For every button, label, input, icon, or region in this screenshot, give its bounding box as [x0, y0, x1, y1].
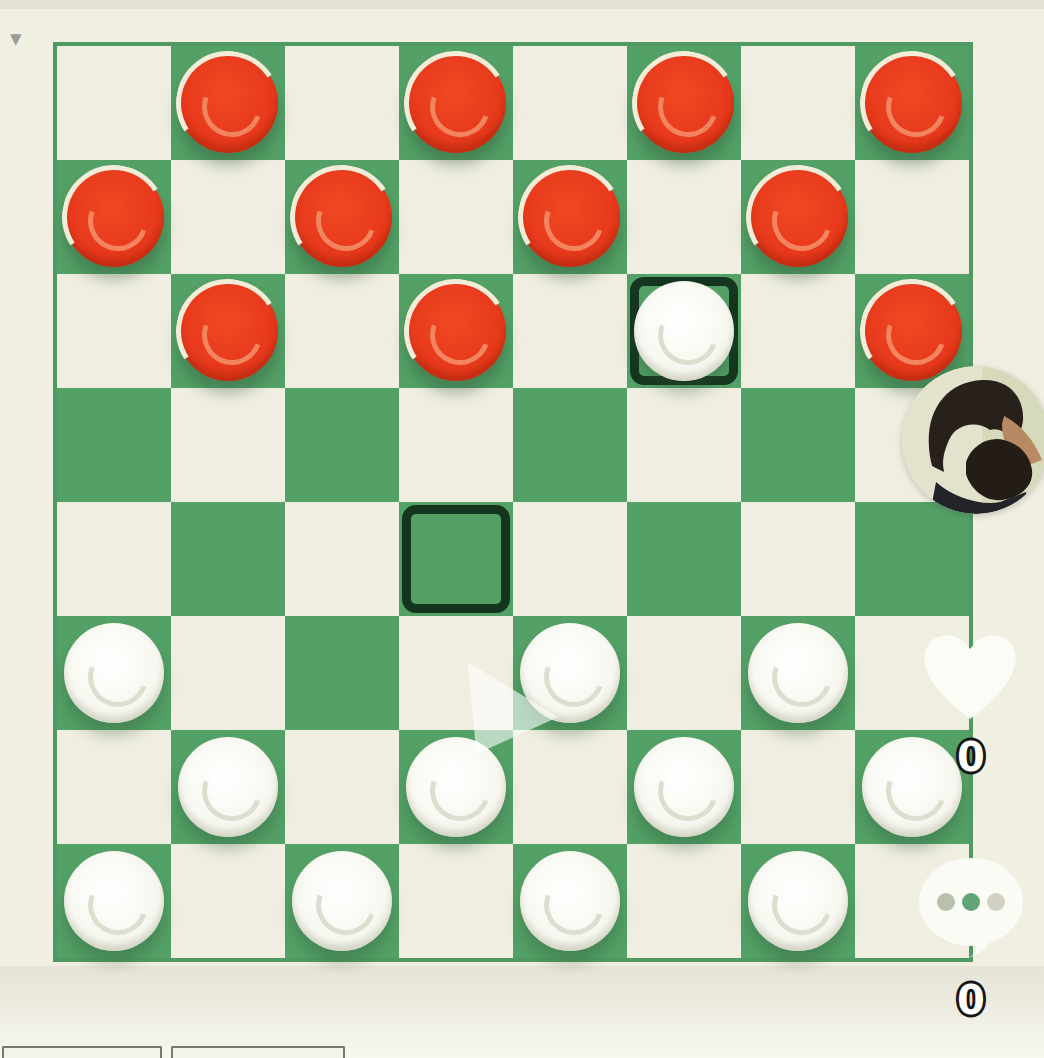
square-r7c3 [285, 730, 399, 844]
square-r2c7[interactable] [741, 160, 855, 274]
square-r3c1 [57, 274, 171, 388]
square-r8c6 [627, 844, 741, 958]
square-r2c6 [627, 160, 741, 274]
white-piece[interactable] [520, 851, 620, 951]
square-r2c3[interactable] [285, 160, 399, 274]
square-r1c5 [513, 46, 627, 160]
red-piece[interactable] [406, 53, 506, 153]
square-r1c7 [741, 46, 855, 160]
red-piece[interactable] [862, 281, 962, 381]
square-r8c4 [399, 844, 513, 958]
square-r4c5[interactable] [513, 388, 627, 502]
square-r3c2[interactable] [171, 274, 285, 388]
footer-button-2[interactable] [171, 1046, 345, 1058]
square-r7c2[interactable] [171, 730, 285, 844]
red-piece[interactable] [64, 167, 164, 267]
square-r4c3[interactable] [285, 388, 399, 502]
square-r3c6[interactable] [627, 274, 741, 388]
white-piece[interactable] [634, 737, 734, 837]
red-piece[interactable] [520, 167, 620, 267]
red-piece[interactable] [406, 281, 506, 381]
square-r4c4 [399, 388, 513, 502]
red-piece[interactable] [748, 167, 848, 267]
like-count: 0 [939, 737, 1003, 777]
square-r5c6[interactable] [627, 502, 741, 616]
red-piece[interactable] [292, 167, 392, 267]
square-r7c7 [741, 730, 855, 844]
square-r5c8[interactable] [855, 502, 969, 616]
square-r8c7[interactable] [741, 844, 855, 958]
white-piece[interactable] [292, 851, 392, 951]
square-r6c2 [171, 616, 285, 730]
red-piece[interactable] [178, 53, 278, 153]
red-piece[interactable] [178, 281, 278, 381]
square-r1c1 [57, 46, 171, 160]
square-r4c6 [627, 388, 741, 502]
square-r3c5 [513, 274, 627, 388]
white-piece[interactable] [406, 737, 506, 837]
square-r2c1[interactable] [57, 160, 171, 274]
square-r6c6 [627, 616, 741, 730]
square-r4c7[interactable] [741, 388, 855, 502]
square-r4c2 [171, 388, 285, 502]
white-piece[interactable] [634, 281, 734, 381]
white-piece[interactable] [178, 737, 278, 837]
square-r5c3 [285, 502, 399, 616]
like-button[interactable] [913, 621, 1027, 723]
square-r5c2[interactable] [171, 502, 285, 616]
white-piece[interactable] [64, 851, 164, 951]
square-r7c6[interactable] [627, 730, 741, 844]
square-r1c4[interactable] [399, 46, 513, 160]
square-r2c5[interactable] [513, 160, 627, 274]
square-r2c2 [171, 160, 285, 274]
bottom-background [0, 966, 1044, 1058]
square-r6c3[interactable] [285, 616, 399, 730]
square-r3c7 [741, 274, 855, 388]
square-r8c3[interactable] [285, 844, 399, 958]
square-r8c1[interactable] [57, 844, 171, 958]
opponent-avatar[interactable] [902, 366, 1044, 514]
square-r1c8[interactable] [855, 46, 969, 160]
square-r5c5 [513, 502, 627, 616]
white-piece[interactable] [64, 623, 164, 723]
square-r7c5 [513, 730, 627, 844]
square-r6c7[interactable] [741, 616, 855, 730]
top-strip [0, 0, 1044, 9]
square-r8c2 [171, 844, 285, 958]
red-piece[interactable] [634, 53, 734, 153]
square-r5c7 [741, 502, 855, 616]
square-r5c1 [57, 502, 171, 616]
white-piece[interactable] [748, 623, 848, 723]
square-r1c6[interactable] [627, 46, 741, 160]
collapse-arrow-icon[interactable]: ▼ [10, 32, 22, 47]
square-r1c2[interactable] [171, 46, 285, 160]
square-r3c3 [285, 274, 399, 388]
comment-count: 0 [939, 980, 1003, 1020]
comment-button[interactable] [918, 857, 1028, 959]
square-r7c4[interactable] [399, 730, 513, 844]
square-r1c3 [285, 46, 399, 160]
square-r5c4[interactable] [399, 502, 513, 616]
square-r6c1[interactable] [57, 616, 171, 730]
checkers-board [53, 42, 973, 962]
square-r7c1 [57, 730, 171, 844]
red-piece[interactable] [862, 53, 962, 153]
chat-bubble-icon [918, 857, 1028, 959]
footer-button-1[interactable] [2, 1046, 162, 1058]
square-r2c4 [399, 160, 513, 274]
square-r2c8 [855, 160, 969, 274]
square-r4c1[interactable] [57, 388, 171, 502]
square-r3c4[interactable] [399, 274, 513, 388]
game-screen: ▼ 0 0 [0, 0, 1044, 1058]
heart-icon [913, 621, 1027, 723]
white-piece[interactable] [748, 851, 848, 951]
square-r8c5[interactable] [513, 844, 627, 958]
